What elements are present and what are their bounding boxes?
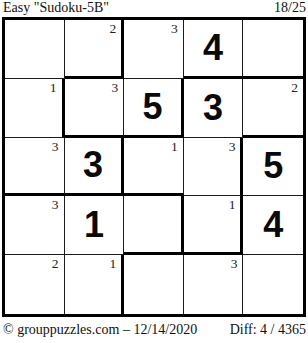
pencil-mark: 3 [111,80,118,95]
cell-value: 5 [124,79,181,135]
pencil-mark: 1 [50,80,57,95]
cell-value: 5 [243,138,303,196]
puzzle-footer: © grouppuzzles.com – 12/14/2020 Diff: 4 … [3,322,306,338]
cell-r4c1[interactable]: 3 [5,196,65,255]
puzzle-page: Easy "Sudoku-5B" 18/25 23413532331353114… [0,0,308,343]
cell-value: 1 [65,196,124,254]
pencil-mark: 3 [52,139,59,154]
copyright-text: © grouppuzzles.com – 12/14/2020 [3,322,197,338]
cell-r3c3[interactable]: 1 [124,138,184,197]
cell-r5c5[interactable] [243,255,303,314]
cell-value: 4 [243,196,303,254]
pencil-mark: 2 [52,256,59,271]
cell-r4c3[interactable] [124,196,184,255]
pencil-mark: 1 [109,256,116,271]
puzzle-title: Easy "Sudoku-5B" [3,0,109,15]
puzzle-header: Easy "Sudoku-5B" 18/25 [3,0,306,17]
pencil-mark: 3 [231,256,238,271]
cell-r3c2[interactable]: 3 [65,138,125,197]
cell-r3c4[interactable]: 3 [184,138,244,197]
difficulty-text: Diff: 4 / 4365 [230,322,306,338]
cell-r1c4[interactable]: 4 [184,20,244,79]
pencil-mark: 1 [229,197,236,212]
cell-r1c5[interactable] [243,20,303,79]
cell-r1c3[interactable]: 3 [124,20,184,79]
cell-r3c5[interactable]: 5 [243,138,303,197]
cell-r1c1[interactable] [5,20,65,79]
cell-r5c2[interactable]: 1 [65,255,125,314]
pencil-mark: 2 [109,21,116,36]
cell-value: 4 [184,20,243,76]
pencil-mark: 2 [291,80,298,95]
cell-r5c4[interactable]: 3 [184,255,244,314]
cell-r4c5[interactable]: 4 [243,196,303,255]
cell-r5c1[interactable]: 2 [5,255,65,314]
puzzle-counter: 18/25 [274,0,306,15]
cell-r2c5[interactable]: 2 [243,79,303,138]
cell-r4c2[interactable]: 1 [65,196,125,255]
cell-r1c2[interactable]: 2 [65,20,125,79]
cell-r2c1[interactable]: 1 [5,79,65,138]
cell-r2c4[interactable]: 3 [184,79,244,138]
cell-value: 3 [65,138,122,194]
cell-r2c2[interactable]: 3 [65,79,125,138]
cell-r5c3[interactable] [124,255,184,314]
cell-r3c1[interactable]: 3 [5,138,65,197]
cell-value: 3 [184,79,243,137]
pencil-mark: 3 [171,21,178,36]
sudoku-board: 23413532331353114213 [2,17,306,317]
cell-r2c3[interactable]: 5 [124,79,184,138]
pencil-mark: 1 [171,139,178,154]
pencil-mark: 3 [229,139,236,154]
pencil-mark: 3 [52,197,59,212]
cell-r4c4[interactable]: 1 [184,196,244,255]
